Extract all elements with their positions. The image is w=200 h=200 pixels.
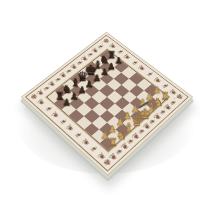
square-f3 bbox=[122, 91, 137, 103]
playing-field: ♜♞♝♛♚♝♞♜♟♟♟♟♟♟♟♟♟♟♟♟♟♟♟♟♜♞♝♛♚♝♞♜ bbox=[45, 49, 168, 151]
piece-black-pawn: ♟ bbox=[77, 86, 88, 95]
square-b2: ♟ bbox=[99, 123, 115, 137]
chess-set-photo: ❦❧❦❧❦❧❦❧❦❧❦❧❦❧❦❧ ❦❧❦❧❦❧❦❧❦❧❦❧❦❧❦❧ ❦❧❦❧❦❧… bbox=[0, 0, 200, 200]
square-a8: ♜ bbox=[47, 91, 62, 103]
